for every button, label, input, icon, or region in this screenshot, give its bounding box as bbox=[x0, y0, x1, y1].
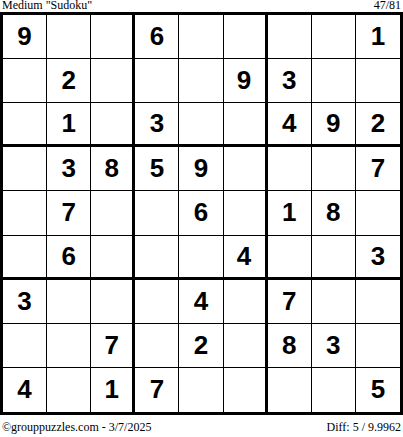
cell-r9c1: 4 bbox=[3, 368, 47, 412]
cell-r9c3: 1 bbox=[91, 368, 135, 412]
cell-r1c8[interactable] bbox=[312, 15, 356, 59]
cell-r5c3[interactable] bbox=[91, 191, 135, 235]
cell-r1c7[interactable] bbox=[268, 15, 312, 59]
cell-r6c6: 4 bbox=[224, 236, 268, 280]
cell-r2c5[interactable] bbox=[179, 59, 223, 103]
cell-r5c5: 6 bbox=[179, 191, 223, 235]
cell-r9c8[interactable] bbox=[312, 368, 356, 412]
empty-cells-counter: 47/81 bbox=[374, 0, 401, 11]
cell-r7c7: 7 bbox=[268, 280, 312, 324]
cell-r4c2: 3 bbox=[47, 147, 91, 191]
cell-r3c4: 3 bbox=[135, 103, 179, 147]
cell-r5c1[interactable] bbox=[3, 191, 47, 235]
cell-r2c1[interactable] bbox=[3, 59, 47, 103]
cell-r4c7[interactable] bbox=[268, 147, 312, 191]
cell-r7c5: 4 bbox=[179, 280, 223, 324]
cell-r2c3[interactable] bbox=[91, 59, 135, 103]
cell-r5c4[interactable] bbox=[135, 191, 179, 235]
cell-r4c8[interactable] bbox=[312, 147, 356, 191]
cell-r2c9[interactable] bbox=[356, 59, 400, 103]
cell-r6c5[interactable] bbox=[179, 236, 223, 280]
cell-r8c9[interactable] bbox=[356, 324, 400, 368]
cell-r6c9: 3 bbox=[356, 236, 400, 280]
cell-r2c4[interactable] bbox=[135, 59, 179, 103]
cell-r4c1[interactable] bbox=[3, 147, 47, 191]
cell-r1c3[interactable] bbox=[91, 15, 135, 59]
cell-r7c9[interactable] bbox=[356, 280, 400, 324]
cell-r2c6: 9 bbox=[224, 59, 268, 103]
cell-r1c2[interactable] bbox=[47, 15, 91, 59]
cell-r8c8: 3 bbox=[312, 324, 356, 368]
cell-r5c9[interactable] bbox=[356, 191, 400, 235]
cell-r5c2: 7 bbox=[47, 191, 91, 235]
cell-r7c6[interactable] bbox=[224, 280, 268, 324]
cell-r4c4: 5 bbox=[135, 147, 179, 191]
cell-r5c7: 1 bbox=[268, 191, 312, 235]
difficulty-label: Diff: 5 / 9.9962 bbox=[327, 421, 401, 434]
sudoku-page: Medium "Sudoku" 47/81 961293134923859776… bbox=[0, 0, 403, 437]
cell-r2c7: 3 bbox=[268, 59, 312, 103]
cell-r9c4: 7 bbox=[135, 368, 179, 412]
copyright-date: ©grouppuzzles.com - 3/7/2025 bbox=[2, 421, 151, 434]
cell-r3c8: 9 bbox=[312, 103, 356, 147]
cell-r4c5: 9 bbox=[179, 147, 223, 191]
cell-r6c8[interactable] bbox=[312, 236, 356, 280]
cell-r9c7[interactable] bbox=[268, 368, 312, 412]
cell-r4c3: 8 bbox=[91, 147, 135, 191]
cell-r9c2[interactable] bbox=[47, 368, 91, 412]
cell-r3c6[interactable] bbox=[224, 103, 268, 147]
cell-r7c4[interactable] bbox=[135, 280, 179, 324]
cell-r2c8[interactable] bbox=[312, 59, 356, 103]
cell-r1c4: 6 bbox=[135, 15, 179, 59]
puzzle-title: Medium "Sudoku" bbox=[2, 0, 92, 11]
cell-r3c1[interactable] bbox=[3, 103, 47, 147]
cell-r4c6[interactable] bbox=[224, 147, 268, 191]
cell-r1c6[interactable] bbox=[224, 15, 268, 59]
cell-r6c2: 6 bbox=[47, 236, 91, 280]
cell-r3c3[interactable] bbox=[91, 103, 135, 147]
cell-r3c2: 1 bbox=[47, 103, 91, 147]
cell-r3c5[interactable] bbox=[179, 103, 223, 147]
cell-r8c1[interactable] bbox=[3, 324, 47, 368]
header: Medium "Sudoku" 47/81 bbox=[0, 0, 403, 12]
cell-r2c2: 2 bbox=[47, 59, 91, 103]
cell-r8c4[interactable] bbox=[135, 324, 179, 368]
cell-r3c9: 2 bbox=[356, 103, 400, 147]
cell-r7c3[interactable] bbox=[91, 280, 135, 324]
cell-r1c5[interactable] bbox=[179, 15, 223, 59]
cell-r9c5[interactable] bbox=[179, 368, 223, 412]
cell-r7c8[interactable] bbox=[312, 280, 356, 324]
cell-r6c7[interactable] bbox=[268, 236, 312, 280]
cell-r8c6[interactable] bbox=[224, 324, 268, 368]
cell-r1c1: 9 bbox=[3, 15, 47, 59]
sudoku-board: 9612931349238597761864334772834175 bbox=[0, 12, 403, 415]
cell-r5c8: 8 bbox=[312, 191, 356, 235]
cell-r1c9: 1 bbox=[356, 15, 400, 59]
cell-r6c3[interactable] bbox=[91, 236, 135, 280]
cell-r6c4[interactable] bbox=[135, 236, 179, 280]
cell-r4c9: 7 bbox=[356, 147, 400, 191]
cell-r7c2[interactable] bbox=[47, 280, 91, 324]
cell-r8c3: 7 bbox=[91, 324, 135, 368]
footer: ©grouppuzzles.com - 3/7/2025 Diff: 5 / 9… bbox=[0, 415, 403, 437]
cell-r3c7: 4 bbox=[268, 103, 312, 147]
cell-r6c1[interactable] bbox=[3, 236, 47, 280]
cell-r8c7: 8 bbox=[268, 324, 312, 368]
cell-r9c9: 5 bbox=[356, 368, 400, 412]
cell-r7c1: 3 bbox=[3, 280, 47, 324]
cell-r8c5: 2 bbox=[179, 324, 223, 368]
cell-r5c6[interactable] bbox=[224, 191, 268, 235]
cell-r8c2[interactable] bbox=[47, 324, 91, 368]
cell-r9c6[interactable] bbox=[224, 368, 268, 412]
